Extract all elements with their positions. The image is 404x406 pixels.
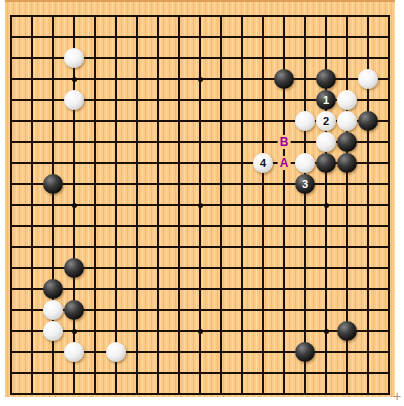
move-number-label: 2: [323, 116, 329, 127]
stone-white[interactable]: [316, 132, 336, 152]
stone-black[interactable]: [316, 69, 336, 89]
stone-black[interactable]: [295, 342, 315, 362]
stone-white[interactable]: [106, 342, 126, 362]
stone-black[interactable]: [274, 69, 294, 89]
star-point: [198, 329, 203, 334]
stone-black[interactable]: [337, 321, 357, 341]
stone-black[interactable]: [358, 111, 378, 131]
star-point: [198, 77, 203, 82]
stone-black-move-3[interactable]: 3: [295, 174, 315, 194]
grid-line-vertical: [388, 15, 390, 395]
grid-line-horizontal: [10, 393, 390, 395]
move-number-label: 3: [302, 179, 308, 190]
grid-line-horizontal: [10, 246, 390, 248]
go-diagram-page: 1243BA +: [0, 0, 404, 406]
stone-white-move-4[interactable]: 4: [253, 153, 273, 173]
stone-white[interactable]: [295, 111, 315, 131]
grid-line-vertical: [304, 15, 306, 395]
star-point: [72, 77, 77, 82]
stone-white[interactable]: [337, 111, 357, 131]
star-point: [324, 329, 329, 334]
stone-white[interactable]: [64, 90, 84, 110]
point-label-A[interactable]: A: [278, 156, 291, 170]
stone-white-move-2[interactable]: 2: [316, 111, 336, 131]
grid-line-horizontal: [10, 288, 390, 290]
go-board[interactable]: 1243BA: [5, 0, 395, 397]
stone-white[interactable]: [358, 69, 378, 89]
stone-black[interactable]: [43, 174, 63, 194]
stone-white[interactable]: [43, 300, 63, 320]
star-point: [324, 203, 329, 208]
stone-white[interactable]: [337, 90, 357, 110]
stone-white[interactable]: [295, 153, 315, 173]
stone-black[interactable]: [337, 132, 357, 152]
stone-black[interactable]: [316, 153, 336, 173]
stone-white[interactable]: [64, 342, 84, 362]
stone-black-move-1[interactable]: 1: [316, 90, 336, 110]
stone-white[interactable]: [64, 48, 84, 68]
grid-line-vertical: [241, 15, 243, 395]
cursor-plus-icon: +: [393, 389, 401, 403]
move-number-label: 4: [260, 158, 266, 169]
grid-line-horizontal: [10, 372, 390, 374]
stone-black[interactable]: [43, 279, 63, 299]
stone-black[interactable]: [64, 300, 84, 320]
star-point: [72, 203, 77, 208]
stone-black[interactable]: [64, 258, 84, 278]
grid-line-vertical: [220, 15, 222, 395]
move-number-label: 1: [323, 95, 329, 106]
stone-black[interactable]: [337, 153, 357, 173]
star-point: [72, 329, 77, 334]
star-point: [198, 203, 203, 208]
stone-white[interactable]: [43, 321, 63, 341]
grid-line-horizontal: [10, 225, 390, 227]
grid-line-vertical: [262, 15, 264, 395]
point-label-B[interactable]: B: [278, 135, 291, 149]
